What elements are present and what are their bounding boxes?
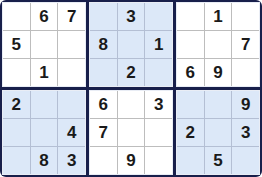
cell-r2c1[interactable]: 5 — [3, 31, 30, 58]
cell-r3c3[interactable] — [58, 59, 85, 86]
cell-r2c3[interactable] — [58, 31, 85, 58]
box-r2c1: 2483 — [3, 91, 85, 174]
cell-r6c8[interactable]: 5 — [205, 147, 232, 174]
cell-r4c7[interactable] — [177, 91, 204, 118]
cell-r4c8[interactable] — [205, 91, 232, 118]
box-r2c3: 9235 — [177, 91, 259, 174]
cell-r5c6[interactable] — [145, 119, 172, 146]
cell-r1c9[interactable] — [232, 3, 259, 30]
cell-r1c4[interactable] — [90, 3, 117, 30]
cell-r5c9[interactable]: 3 — [232, 119, 259, 146]
cell-r2c8[interactable] — [205, 31, 232, 58]
cell-r4c2[interactable] — [31, 91, 58, 118]
cell-r5c2[interactable] — [31, 119, 58, 146]
cell-r3c1[interactable] — [3, 59, 30, 86]
cell-r3c8[interactable]: 9 — [205, 59, 232, 86]
cell-r1c6[interactable] — [145, 3, 172, 30]
cell-r6c6[interactable] — [145, 147, 172, 174]
cell-r1c7[interactable] — [177, 3, 204, 30]
cell-r2c9[interactable]: 7 — [232, 31, 259, 58]
cell-r4c6[interactable]: 3 — [145, 91, 172, 118]
cell-r6c1[interactable] — [3, 147, 30, 174]
cell-r5c5[interactable] — [118, 119, 145, 146]
cell-r4c5[interactable] — [118, 91, 145, 118]
cell-r6c9[interactable] — [232, 147, 259, 174]
cell-r1c8[interactable]: 1 — [205, 3, 232, 30]
cell-r5c8[interactable] — [205, 119, 232, 146]
cell-r2c4[interactable]: 8 — [90, 31, 117, 58]
cell-r1c1[interactable] — [3, 3, 30, 30]
cell-r6c5[interactable]: 9 — [118, 147, 145, 174]
cell-r3c9[interactable] — [232, 59, 259, 86]
box-r2c2: 6379 — [90, 91, 172, 174]
cell-r2c2[interactable] — [31, 31, 58, 58]
cell-r5c7[interactable]: 2 — [177, 119, 204, 146]
cell-r2c5[interactable] — [118, 31, 145, 58]
cell-r3c7[interactable]: 6 — [177, 59, 204, 86]
cell-r6c7[interactable] — [177, 147, 204, 174]
box-r1c3: 1769 — [177, 3, 259, 86]
cell-r6c2[interactable]: 8 — [31, 147, 58, 174]
cell-r4c4[interactable]: 6 — [90, 91, 117, 118]
cell-r5c1[interactable] — [3, 119, 30, 146]
cell-r6c4[interactable] — [90, 147, 117, 174]
cell-r1c3[interactable]: 7 — [58, 3, 85, 30]
cell-r3c2[interactable]: 1 — [31, 59, 58, 86]
cell-r6c3[interactable]: 3 — [58, 147, 85, 174]
cell-r4c9[interactable]: 9 — [232, 91, 259, 118]
cell-r5c4[interactable]: 7 — [90, 119, 117, 146]
cell-r1c2[interactable]: 6 — [31, 3, 58, 30]
cell-r2c6[interactable]: 1 — [145, 31, 172, 58]
box-r1c1: 6751 — [3, 3, 85, 86]
cell-r5c3[interactable]: 4 — [58, 119, 85, 146]
cell-r2c7[interactable] — [177, 31, 204, 58]
cell-r3c5[interactable]: 2 — [118, 59, 145, 86]
cell-r4c3[interactable] — [58, 91, 85, 118]
cell-r1c5[interactable]: 3 — [118, 3, 145, 30]
cell-r3c4[interactable] — [90, 59, 117, 86]
cell-r4c1[interactable]: 2 — [3, 91, 30, 118]
box-r1c2: 3812 — [90, 3, 172, 86]
sudoku-board: 6751 3812 1769 2483 6379 9235 — [0, 0, 262, 177]
cell-r3c6[interactable] — [145, 59, 172, 86]
